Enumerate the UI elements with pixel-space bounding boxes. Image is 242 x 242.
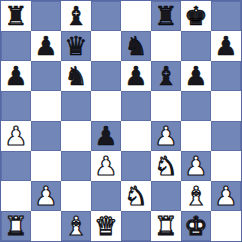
- black-queen-c7[interactable]: ♛: [64, 33, 87, 59]
- square-a5[interactable]: [1, 91, 31, 121]
- square-c8[interactable]: ♝: [61, 1, 91, 31]
- square-e8[interactable]: [121, 1, 151, 31]
- square-b5[interactable]: [31, 91, 61, 121]
- square-f6[interactable]: ♝: [151, 61, 181, 91]
- square-d3[interactable]: ♟: [91, 151, 121, 181]
- square-b6[interactable]: [31, 61, 61, 91]
- square-e7[interactable]: ♞: [121, 31, 151, 61]
- square-f8[interactable]: ♜: [151, 1, 181, 31]
- square-b8[interactable]: [31, 1, 61, 31]
- white-rook-f1[interactable]: ♜: [154, 213, 177, 239]
- square-c2[interactable]: [61, 181, 91, 211]
- white-pawn-b2[interactable]: ♟: [34, 183, 57, 209]
- square-d5[interactable]: [91, 91, 121, 121]
- square-e5[interactable]: [121, 91, 151, 121]
- square-e6[interactable]: ♟: [121, 61, 151, 91]
- square-h7[interactable]: ♟: [211, 31, 241, 61]
- square-d7[interactable]: [91, 31, 121, 61]
- white-pawn-h2[interactable]: ♟: [214, 183, 237, 209]
- square-g8[interactable]: ♚: [181, 1, 211, 31]
- square-h1[interactable]: [211, 211, 241, 241]
- square-a2[interactable]: [1, 181, 31, 211]
- square-c1[interactable]: ♝: [61, 211, 91, 241]
- black-pawn-e6[interactable]: ♟: [124, 63, 147, 89]
- square-g5[interactable]: [181, 91, 211, 121]
- white-queen-d1[interactable]: ♛: [94, 213, 117, 239]
- square-e3[interactable]: [121, 151, 151, 181]
- square-h6[interactable]: [211, 61, 241, 91]
- square-a8[interactable]: ♜: [1, 1, 31, 31]
- square-d2[interactable]: [91, 181, 121, 211]
- square-b3[interactable]: [31, 151, 61, 181]
- black-pawn-a6[interactable]: ♟: [4, 63, 27, 89]
- square-f1[interactable]: ♜: [151, 211, 181, 241]
- square-c7[interactable]: ♛: [61, 31, 91, 61]
- square-a4[interactable]: ♟: [1, 121, 31, 151]
- square-h4[interactable]: [211, 121, 241, 151]
- square-a3[interactable]: [1, 151, 31, 181]
- white-rook-a1[interactable]: ♜: [4, 213, 27, 239]
- square-h5[interactable]: [211, 91, 241, 121]
- square-h2[interactable]: ♟: [211, 181, 241, 211]
- black-king-g8[interactable]: ♚: [184, 3, 207, 29]
- black-bishop-f6[interactable]: ♝: [154, 63, 177, 89]
- black-rook-a8[interactable]: ♜: [4, 3, 27, 29]
- square-f5[interactable]: [151, 91, 181, 121]
- square-d1[interactable]: ♛: [91, 211, 121, 241]
- black-rook-f8[interactable]: ♜: [154, 3, 177, 29]
- chess-board: ♜♝♜♚♟♛♞♟♟♞♟♝♟♟♟♟♟♞♟♟♞♝♟♜♝♛♜♚: [0, 0, 242, 242]
- black-knight-c6[interactable]: ♞: [64, 63, 87, 89]
- white-pawn-f4[interactable]: ♟: [154, 123, 177, 149]
- square-g1[interactable]: ♚: [181, 211, 211, 241]
- square-g3[interactable]: ♟: [181, 151, 211, 181]
- square-b1[interactable]: [31, 211, 61, 241]
- square-f7[interactable]: [151, 31, 181, 61]
- chess-board-container: ♜♝♜♚♟♛♞♟♟♞♟♝♟♟♟♟♟♞♟♟♞♝♟♜♝♛♜♚: [0, 0, 242, 242]
- square-e1[interactable]: [121, 211, 151, 241]
- square-b7[interactable]: ♟: [31, 31, 61, 61]
- black-bishop-c8[interactable]: ♝: [64, 3, 87, 29]
- white-king-g1[interactable]: ♚: [184, 213, 207, 239]
- black-pawn-d4[interactable]: ♟: [94, 123, 117, 149]
- square-c6[interactable]: ♞: [61, 61, 91, 91]
- black-knight-e7[interactable]: ♞: [124, 33, 147, 59]
- square-d4[interactable]: ♟: [91, 121, 121, 151]
- white-pawn-a4[interactable]: ♟: [4, 123, 27, 149]
- white-pawn-g3[interactable]: ♟: [184, 153, 207, 179]
- white-bishop-c1[interactable]: ♝: [64, 213, 87, 239]
- square-f3[interactable]: ♞: [151, 151, 181, 181]
- square-c5[interactable]: [61, 91, 91, 121]
- black-pawn-h7[interactable]: ♟: [214, 33, 237, 59]
- square-a6[interactable]: ♟: [1, 61, 31, 91]
- square-e2[interactable]: ♞: [121, 181, 151, 211]
- white-knight-e2[interactable]: ♞: [124, 183, 147, 209]
- square-b2[interactable]: ♟: [31, 181, 61, 211]
- square-h3[interactable]: [211, 151, 241, 181]
- square-e4[interactable]: [121, 121, 151, 151]
- square-h8[interactable]: [211, 1, 241, 31]
- square-d6[interactable]: [91, 61, 121, 91]
- square-g2[interactable]: ♝: [181, 181, 211, 211]
- white-knight-f3[interactable]: ♞: [154, 153, 177, 179]
- square-a1[interactable]: ♜: [1, 211, 31, 241]
- square-f2[interactable]: [151, 181, 181, 211]
- square-b4[interactable]: [31, 121, 61, 151]
- square-a7[interactable]: [1, 31, 31, 61]
- square-g7[interactable]: [181, 31, 211, 61]
- black-pawn-b7[interactable]: ♟: [34, 33, 57, 59]
- square-c4[interactable]: [61, 121, 91, 151]
- square-d8[interactable]: [91, 1, 121, 31]
- square-g6[interactable]: ♟: [181, 61, 211, 91]
- black-pawn-g6[interactable]: ♟: [184, 63, 207, 89]
- square-g4[interactable]: [181, 121, 211, 151]
- white-pawn-d3[interactable]: ♟: [94, 153, 117, 179]
- white-bishop-g2[interactable]: ♝: [184, 183, 207, 209]
- square-c3[interactable]: [61, 151, 91, 181]
- square-f4[interactable]: ♟: [151, 121, 181, 151]
